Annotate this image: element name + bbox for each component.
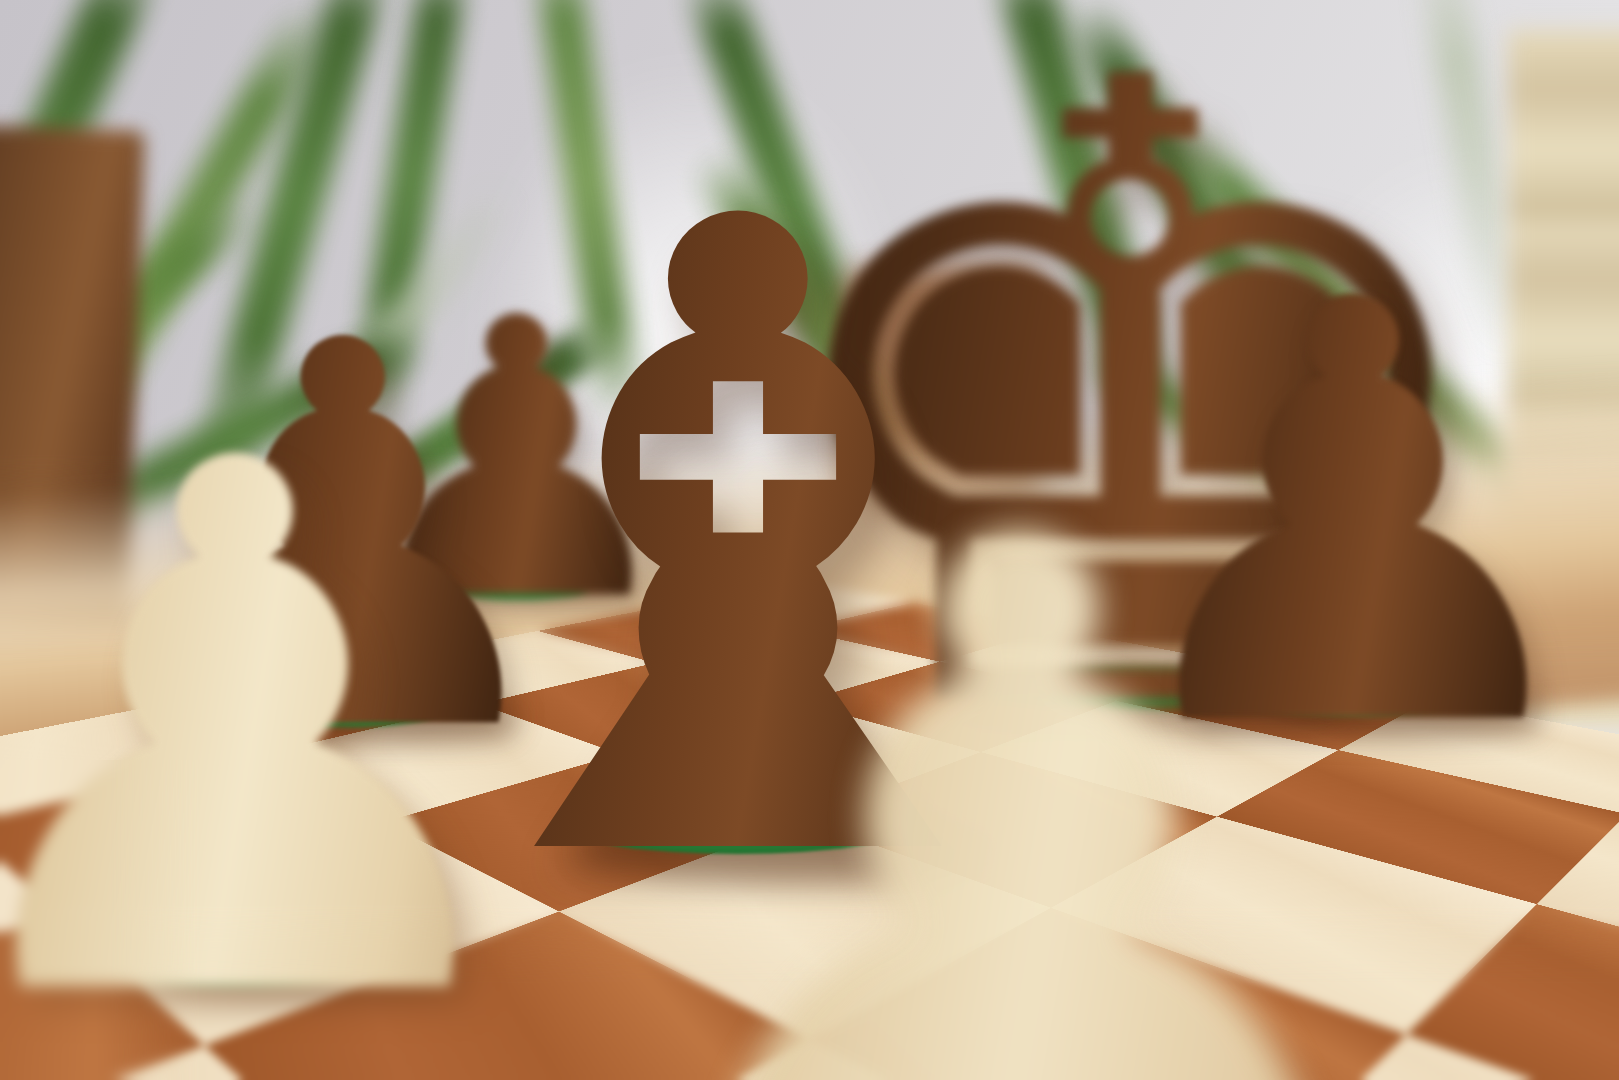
chess-photo-scene: ♟ ♚ ♟ ♟ ♝ ♟ ♟ [0,0,1619,1080]
white-pawn-foreground: ♟ [520,414,1520,1080]
depth-blur-overlay [0,760,200,1080]
